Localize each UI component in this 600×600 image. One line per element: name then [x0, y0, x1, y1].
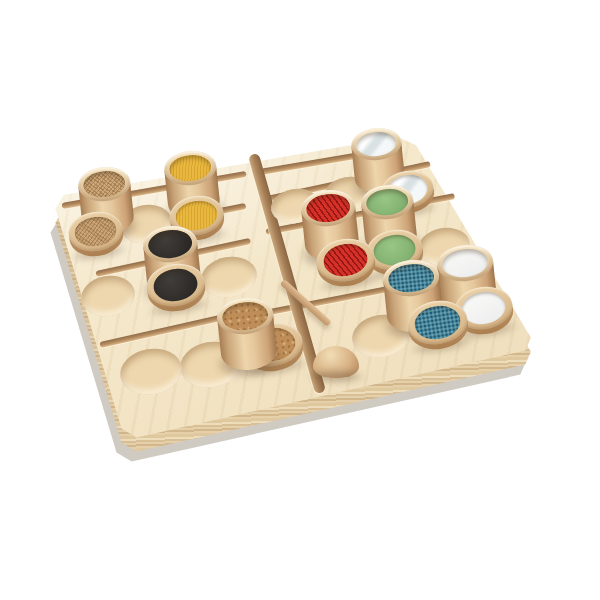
teal-weave-texture	[387, 262, 436, 295]
white-texture	[441, 247, 490, 280]
disc-black[interactable]	[144, 260, 209, 316]
black-felt-texture	[147, 228, 194, 260]
teal-weave-texture	[412, 303, 462, 343]
scene	[0, 0, 600, 600]
burlap-texture	[82, 169, 126, 199]
burlap-texture	[73, 214, 118, 250]
disc-red[interactable]	[314, 235, 379, 291]
red-corduroy-texture	[321, 241, 369, 279]
black-felt-texture	[151, 266, 199, 304]
cork-texture	[221, 300, 270, 333]
red-corduroy-texture	[305, 192, 352, 224]
mirror-texture	[355, 130, 397, 158]
disc-burlap[interactable]	[66, 208, 126, 261]
disc-teal[interactable]	[405, 297, 472, 355]
green-texture	[365, 187, 409, 217]
yellow-texture	[168, 153, 212, 183]
cylinder-cork[interactable]	[215, 295, 278, 372]
